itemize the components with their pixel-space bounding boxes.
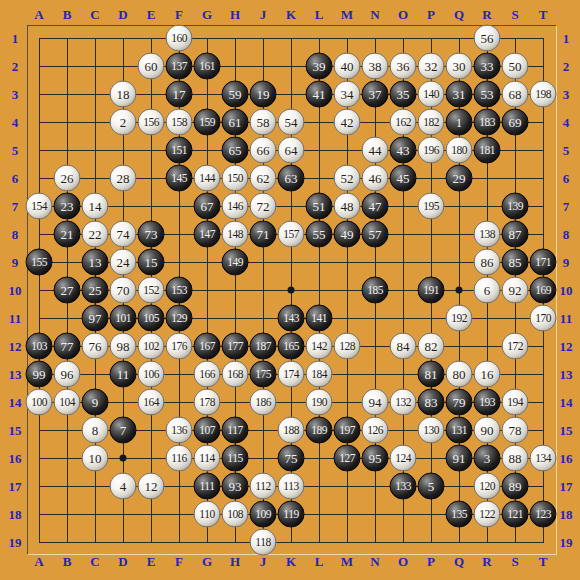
row-label-left-15: 15	[9, 424, 22, 437]
stone-white-42: 42	[334, 109, 361, 136]
row-label-left-6: 6	[12, 172, 19, 185]
stone-black-155: 155	[26, 249, 53, 276]
column-label-bottom-B: B	[63, 555, 72, 568]
stone-white-60: 60	[138, 53, 165, 80]
stone-black-89: 89	[502, 473, 529, 500]
stone-black-169: 169	[530, 277, 557, 304]
stone-white-132: 132	[390, 389, 417, 416]
stone-white-176: 176	[166, 333, 193, 360]
stone-black-153: 153	[166, 277, 193, 304]
stone-white-16: 16	[474, 361, 501, 388]
stone-black-95: 95	[362, 445, 389, 472]
stone-white-6: 6	[474, 277, 501, 304]
row-label-left-9: 9	[12, 256, 19, 269]
stone-white-102: 102	[138, 333, 165, 360]
column-label-top-E: E	[147, 8, 156, 21]
stone-white-46: 46	[362, 165, 389, 192]
stone-black-13: 13	[82, 249, 109, 276]
column-label-bottom-D: D	[118, 555, 127, 568]
stone-black-71: 71	[250, 221, 277, 248]
row-label-left-16: 16	[9, 452, 22, 465]
stone-white-36: 36	[390, 53, 417, 80]
stone-black-129: 129	[166, 305, 193, 332]
stone-white-196: 196	[418, 137, 445, 164]
column-label-top-M: M	[341, 8, 353, 21]
stone-black-121: 121	[502, 501, 529, 528]
row-label-left-7: 7	[12, 200, 19, 213]
row-label-right-18: 18	[560, 508, 573, 521]
column-label-bottom-H: H	[230, 555, 240, 568]
row-label-right-16: 16	[560, 452, 573, 465]
stone-white-130: 130	[418, 417, 445, 444]
stone-white-58: 58	[250, 109, 277, 136]
stone-white-168: 168	[222, 361, 249, 388]
stone-black-123: 123	[530, 501, 557, 528]
stone-black-59: 59	[222, 81, 249, 108]
column-label-bottom-S: S	[511, 555, 518, 568]
stone-black-75: 75	[278, 445, 305, 472]
stone-white-8: 8	[82, 417, 109, 444]
stone-white-126: 126	[362, 417, 389, 444]
column-label-top-L: L	[315, 8, 324, 21]
column-label-bottom-T: T	[539, 555, 548, 568]
row-label-left-17: 17	[9, 480, 22, 493]
stone-white-120: 120	[474, 473, 501, 500]
row-label-right-2: 2	[563, 60, 570, 73]
stone-white-112: 112	[250, 473, 277, 500]
stone-white-194: 194	[502, 389, 529, 416]
stone-white-184: 184	[306, 361, 333, 388]
column-label-top-O: O	[398, 8, 408, 21]
stone-black-45: 45	[390, 165, 417, 192]
stone-black-101: 101	[110, 305, 137, 332]
stone-black-183: 183	[474, 109, 501, 136]
stone-black-197: 197	[334, 417, 361, 444]
stone-black-43: 43	[390, 137, 417, 164]
column-label-bottom-C: C	[90, 555, 99, 568]
stone-white-44: 44	[362, 137, 389, 164]
stone-white-84: 84	[390, 333, 417, 360]
stone-black-81: 81	[418, 361, 445, 388]
row-label-right-14: 14	[560, 396, 573, 409]
stone-white-162: 162	[390, 109, 417, 136]
row-label-right-1: 1	[563, 32, 570, 45]
stone-white-174: 174	[278, 361, 305, 388]
stone-black-93: 93	[222, 473, 249, 500]
stone-black-99: 99	[26, 361, 53, 388]
stone-black-53: 53	[474, 81, 501, 108]
column-label-top-K: K	[286, 8, 296, 21]
stone-black-193: 193	[474, 389, 501, 416]
stone-white-4: 4	[110, 473, 137, 500]
column-label-top-G: G	[202, 8, 212, 21]
stone-white-22: 22	[82, 221, 109, 248]
stone-black-175: 175	[250, 361, 277, 388]
stone-black-33: 33	[474, 53, 501, 80]
stone-black-161: 161	[194, 53, 221, 80]
stone-white-195: 195	[418, 193, 445, 220]
stone-white-152: 152	[138, 277, 165, 304]
stone-white-110: 110	[194, 501, 221, 528]
stone-black-145: 145	[166, 165, 193, 192]
stone-white-118: 118	[250, 529, 277, 556]
row-label-left-4: 4	[12, 116, 19, 129]
row-label-left-8: 8	[12, 228, 19, 241]
stone-white-12: 12	[138, 473, 165, 500]
stone-white-10: 10	[82, 445, 109, 472]
stone-black-31: 31	[446, 81, 473, 108]
stone-white-170: 170	[530, 305, 557, 332]
stone-black-47: 47	[362, 193, 389, 220]
stone-black-91: 91	[446, 445, 473, 472]
column-label-top-C: C	[90, 8, 99, 21]
stone-black-177: 177	[222, 333, 249, 360]
stone-white-172: 172	[502, 333, 529, 360]
stone-black-135: 135	[446, 501, 473, 528]
stone-white-106: 106	[138, 361, 165, 388]
stone-white-18: 18	[110, 81, 137, 108]
row-label-left-1: 1	[12, 32, 19, 45]
stone-black-151: 151	[166, 137, 193, 164]
stone-white-2: 2	[110, 109, 137, 136]
row-label-left-19: 19	[9, 536, 22, 549]
stone-black-19: 19	[250, 81, 277, 108]
stone-black-103: 103	[26, 333, 53, 360]
stone-white-104: 104	[54, 389, 81, 416]
stone-white-66: 66	[250, 137, 277, 164]
stone-white-94: 94	[362, 389, 389, 416]
stone-white-100: 100	[26, 389, 53, 416]
row-label-left-2: 2	[12, 60, 19, 73]
row-label-right-8: 8	[563, 228, 570, 241]
stone-black-35: 35	[390, 81, 417, 108]
go-board[interactable]: 1605660137161394038363230335018175919413…	[0, 0, 580, 580]
stone-white-86: 86	[474, 249, 501, 276]
grid-line-horizontal	[39, 542, 544, 543]
stone-white-92: 92	[502, 277, 529, 304]
column-label-top-D: D	[118, 8, 127, 21]
stone-black-143: 143	[278, 305, 305, 332]
stone-black-147: 147	[194, 221, 221, 248]
column-label-bottom-J: J	[260, 555, 267, 568]
stone-white-113: 113	[278, 473, 305, 500]
column-label-bottom-M: M	[341, 555, 353, 568]
stone-white-40: 40	[334, 53, 361, 80]
stone-white-88: 88	[502, 445, 529, 472]
stone-black-27: 27	[54, 277, 81, 304]
stone-white-56: 56	[474, 25, 501, 52]
stone-white-144: 144	[194, 165, 221, 192]
stone-white-28: 28	[110, 165, 137, 192]
stone-white-26: 26	[54, 165, 81, 192]
stone-white-122: 122	[474, 501, 501, 528]
row-label-right-6: 6	[563, 172, 570, 185]
stone-white-50: 50	[502, 53, 529, 80]
stone-black-187: 187	[250, 333, 277, 360]
stone-white-48: 48	[334, 193, 361, 220]
stone-black-149: 149	[222, 249, 249, 276]
row-label-left-12: 12	[9, 340, 22, 353]
stone-white-146: 146	[222, 193, 249, 220]
stone-white-157: 157	[278, 221, 305, 248]
stone-black-181: 181	[474, 137, 501, 164]
stone-white-142: 142	[306, 333, 333, 360]
star-point	[288, 287, 295, 294]
stone-white-182: 182	[418, 109, 445, 136]
column-label-top-A: A	[34, 8, 43, 21]
stone-white-32: 32	[418, 53, 445, 80]
stone-white-68: 68	[502, 81, 529, 108]
stone-black-109: 109	[250, 501, 277, 528]
stone-black-65: 65	[222, 137, 249, 164]
stone-white-70: 70	[110, 277, 137, 304]
stone-black-41: 41	[306, 81, 333, 108]
stone-black-139: 139	[502, 193, 529, 220]
row-label-right-10: 10	[560, 284, 573, 297]
stone-white-192: 192	[446, 305, 473, 332]
stone-white-80: 80	[446, 361, 473, 388]
stone-black-167: 167	[194, 333, 221, 360]
stone-black-105: 105	[138, 305, 165, 332]
stone-white-24: 24	[110, 249, 137, 276]
stone-white-140: 140	[418, 81, 445, 108]
stone-white-82: 82	[418, 333, 445, 360]
stone-black-39: 39	[306, 53, 333, 80]
column-label-top-T: T	[539, 8, 548, 21]
stone-white-90: 90	[474, 417, 501, 444]
stone-black-137: 137	[166, 53, 193, 80]
stone-black-1: 1	[446, 109, 473, 136]
row-label-right-4: 4	[563, 116, 570, 129]
stone-black-131: 131	[446, 417, 473, 444]
stone-black-79: 79	[446, 389, 473, 416]
stone-white-108: 108	[222, 501, 249, 528]
stone-white-166: 166	[194, 361, 221, 388]
stone-black-49: 49	[334, 221, 361, 248]
row-label-left-5: 5	[12, 144, 19, 157]
column-label-bottom-R: R	[482, 555, 491, 568]
stone-white-148: 148	[222, 221, 249, 248]
column-label-bottom-F: F	[175, 555, 183, 568]
stone-black-77: 77	[54, 333, 81, 360]
column-label-top-R: R	[482, 8, 491, 21]
column-label-bottom-G: G	[202, 555, 212, 568]
stone-black-57: 57	[362, 221, 389, 248]
stone-white-78: 78	[502, 417, 529, 444]
stone-black-117: 117	[222, 417, 249, 444]
stone-white-180: 180	[446, 137, 473, 164]
stone-white-34: 34	[334, 81, 361, 108]
stone-white-156: 156	[138, 109, 165, 136]
stone-white-190: 190	[306, 389, 333, 416]
stone-black-63: 63	[278, 165, 305, 192]
column-label-top-J: J	[260, 8, 267, 21]
stone-black-119: 119	[278, 501, 305, 528]
stone-white-30: 30	[446, 53, 473, 80]
stone-black-141: 141	[306, 305, 333, 332]
stone-black-25: 25	[82, 277, 109, 304]
stone-black-159: 159	[194, 109, 221, 136]
column-label-top-H: H	[230, 8, 240, 21]
stone-black-29: 29	[446, 165, 473, 192]
stone-white-76: 76	[82, 333, 109, 360]
stone-black-171: 171	[530, 249, 557, 276]
stone-white-38: 38	[362, 53, 389, 80]
stone-white-52: 52	[334, 165, 361, 192]
row-label-left-11: 11	[9, 312, 21, 325]
column-label-top-B: B	[63, 8, 72, 21]
stone-white-98: 98	[110, 333, 137, 360]
stone-white-198: 198	[530, 81, 557, 108]
row-label-left-3: 3	[12, 88, 19, 101]
stone-black-165: 165	[278, 333, 305, 360]
stone-white-128: 128	[334, 333, 361, 360]
stone-black-17: 17	[166, 81, 193, 108]
stone-black-5: 5	[418, 473, 445, 500]
stone-black-189: 189	[306, 417, 333, 444]
stone-black-85: 85	[502, 249, 529, 276]
row-label-right-9: 9	[563, 256, 570, 269]
stone-black-51: 51	[306, 193, 333, 220]
row-label-right-3: 3	[563, 88, 570, 101]
stone-black-107: 107	[194, 417, 221, 444]
column-label-bottom-E: E	[147, 555, 156, 568]
row-label-right-19: 19	[560, 536, 573, 549]
star-point	[120, 455, 127, 462]
stone-black-67: 67	[194, 193, 221, 220]
column-label-top-Q: Q	[454, 8, 464, 21]
column-label-bottom-N: N	[370, 555, 379, 568]
stone-black-3: 3	[474, 445, 501, 472]
stone-black-115: 115	[222, 445, 249, 472]
stone-white-62: 62	[250, 165, 277, 192]
stone-black-7: 7	[110, 417, 137, 444]
stone-black-73: 73	[138, 221, 165, 248]
stone-white-14: 14	[82, 193, 109, 220]
stone-white-186: 186	[250, 389, 277, 416]
stone-black-83: 83	[418, 389, 445, 416]
stone-white-96: 96	[54, 361, 81, 388]
stone-white-114: 114	[194, 445, 221, 472]
stone-white-160: 160	[166, 25, 193, 52]
stone-black-69: 69	[502, 109, 529, 136]
column-label-bottom-L: L	[315, 555, 324, 568]
stone-white-136: 136	[166, 417, 193, 444]
grid-line-vertical	[319, 38, 320, 543]
column-label-bottom-Q: Q	[454, 555, 464, 568]
stone-white-158: 158	[166, 109, 193, 136]
stone-black-97: 97	[82, 305, 109, 332]
stone-black-23: 23	[54, 193, 81, 220]
row-label-left-18: 18	[9, 508, 22, 521]
stone-black-191: 191	[418, 277, 445, 304]
stone-black-185: 185	[362, 277, 389, 304]
stone-white-64: 64	[278, 137, 305, 164]
column-label-top-P: P	[427, 8, 435, 21]
stone-white-178: 178	[194, 389, 221, 416]
row-label-left-10: 10	[9, 284, 22, 297]
stone-white-54: 54	[278, 109, 305, 136]
column-label-top-S: S	[511, 8, 518, 21]
stone-white-74: 74	[110, 221, 137, 248]
stone-black-11: 11	[110, 361, 137, 388]
stone-black-21: 21	[54, 221, 81, 248]
stone-black-15: 15	[138, 249, 165, 276]
column-label-bottom-K: K	[286, 555, 296, 568]
row-label-right-7: 7	[563, 200, 570, 213]
stone-white-164: 164	[138, 389, 165, 416]
stone-black-127: 127	[334, 445, 361, 472]
row-label-left-14: 14	[9, 396, 22, 409]
stone-white-154: 154	[26, 193, 53, 220]
row-label-right-5: 5	[563, 144, 570, 157]
stone-white-72: 72	[250, 193, 277, 220]
stone-black-111: 111	[194, 473, 221, 500]
stone-white-124: 124	[390, 445, 417, 472]
column-label-bottom-O: O	[398, 555, 408, 568]
stone-black-133: 133	[390, 473, 417, 500]
star-point	[456, 287, 463, 294]
stone-white-188: 188	[278, 417, 305, 444]
row-label-right-17: 17	[560, 480, 573, 493]
stone-white-150: 150	[222, 165, 249, 192]
column-label-bottom-P: P	[427, 555, 435, 568]
row-label-right-15: 15	[560, 424, 573, 437]
stone-black-55: 55	[306, 221, 333, 248]
row-label-right-11: 11	[560, 312, 572, 325]
row-label-right-13: 13	[560, 368, 573, 381]
column-label-top-F: F	[175, 8, 183, 21]
row-label-right-12: 12	[560, 340, 573, 353]
stone-black-61: 61	[222, 109, 249, 136]
stone-black-9: 9	[82, 389, 109, 416]
row-label-left-13: 13	[9, 368, 22, 381]
stone-white-134: 134	[530, 445, 557, 472]
stone-black-37: 37	[362, 81, 389, 108]
column-label-bottom-A: A	[34, 555, 43, 568]
stone-white-116: 116	[166, 445, 193, 472]
stone-black-87: 87	[502, 221, 529, 248]
column-label-top-N: N	[370, 8, 379, 21]
stone-white-138: 138	[474, 221, 501, 248]
